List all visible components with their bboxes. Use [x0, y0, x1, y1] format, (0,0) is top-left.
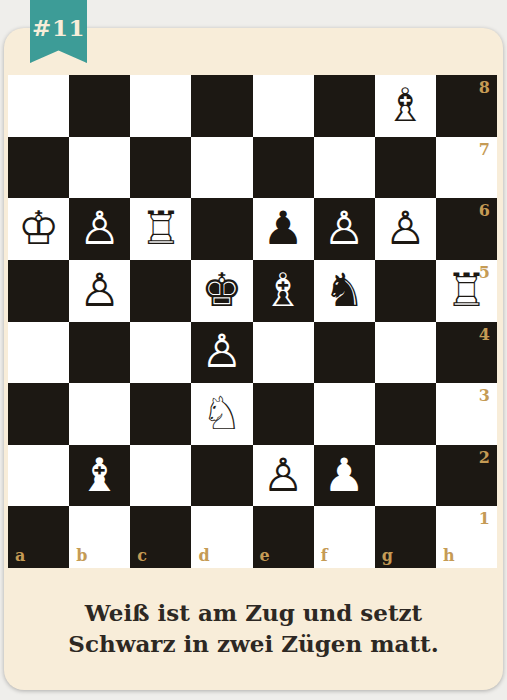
square-a5[interactable]: [8, 260, 69, 322]
piece-white-knight-d3[interactable]: ♘: [201, 390, 242, 436]
square-d3[interactable]: ♘: [191, 383, 252, 445]
piece-white-king-a6[interactable]: ♔: [18, 205, 59, 251]
piece-black-pawn-f6[interactable]: ♙: [324, 205, 365, 251]
caption: Weiß ist am Zug und setzt Schwarz in zwe…: [0, 597, 507, 659]
square-g8[interactable]: ♗: [375, 75, 436, 137]
file-label-g: g: [382, 546, 393, 565]
square-b1[interactable]: b: [69, 506, 130, 568]
square-a6[interactable]: ♔: [8, 198, 69, 260]
square-d1[interactable]: d: [191, 506, 252, 568]
square-e1[interactable]: e: [253, 506, 314, 568]
piece-white-rook-c6[interactable]: ♖: [140, 205, 181, 251]
square-f7[interactable]: [314, 137, 375, 199]
caption-line-1: Weiß ist am Zug und setzt: [0, 597, 507, 628]
square-f5[interactable]: ♞: [314, 260, 375, 322]
square-e6[interactable]: ♟: [253, 198, 314, 260]
piece-black-king-d5[interactable]: ♚: [201, 267, 242, 313]
piece-white-bishop-b2[interactable]: ♝: [79, 452, 120, 498]
square-h5[interactable]: ♖5: [436, 260, 497, 322]
square-b2[interactable]: ♝: [69, 445, 130, 507]
square-c3[interactable]: [130, 383, 191, 445]
piece-white-pawn-e2[interactable]: ♙: [262, 452, 303, 498]
square-d8[interactable]: [191, 75, 252, 137]
square-g1[interactable]: g: [375, 506, 436, 568]
square-h2[interactable]: 2: [436, 445, 497, 507]
file-label-f: f: [321, 546, 328, 565]
piece-white-bishop-g8[interactable]: ♗: [385, 82, 426, 128]
square-d6[interactable]: [191, 198, 252, 260]
square-d2[interactable]: [191, 445, 252, 507]
square-h1[interactable]: 1h: [436, 506, 497, 568]
rank-label-3: 3: [479, 386, 490, 405]
square-e4[interactable]: [253, 322, 314, 384]
square-a8[interactable]: [8, 75, 69, 137]
square-c2[interactable]: [130, 445, 191, 507]
square-f4[interactable]: [314, 322, 375, 384]
file-label-e: e: [260, 546, 270, 565]
square-e3[interactable]: [253, 383, 314, 445]
square-d7[interactable]: [191, 137, 252, 199]
square-f1[interactable]: f: [314, 506, 375, 568]
square-g2[interactable]: [375, 445, 436, 507]
square-h6[interactable]: 6: [436, 198, 497, 260]
square-g3[interactable]: [375, 383, 436, 445]
file-label-b: b: [76, 546, 87, 565]
piece-white-pawn-g6[interactable]: ♙: [385, 205, 426, 251]
square-f8[interactable]: [314, 75, 375, 137]
square-h4[interactable]: 4: [436, 322, 497, 384]
file-label-a: a: [15, 546, 25, 565]
rank-label-4: 4: [479, 325, 490, 344]
square-a4[interactable]: [8, 322, 69, 384]
rank-label-8: 8: [479, 78, 490, 97]
square-c5[interactable]: [130, 260, 191, 322]
caption-line-2: Schwarz in zwei Zügen matt.: [0, 628, 507, 659]
square-c6[interactable]: ♖: [130, 198, 191, 260]
square-e8[interactable]: [253, 75, 314, 137]
square-a7[interactable]: [8, 137, 69, 199]
square-e2[interactable]: ♙: [253, 445, 314, 507]
square-f2[interactable]: ♟: [314, 445, 375, 507]
square-c8[interactable]: [130, 75, 191, 137]
square-b5[interactable]: ♙: [69, 260, 130, 322]
square-h8[interactable]: 8: [436, 75, 497, 137]
piece-white-pawn-b5[interactable]: ♙: [79, 267, 120, 313]
square-c4[interactable]: [130, 322, 191, 384]
file-label-d: d: [198, 546, 209, 565]
piece-black-pawn-b6[interactable]: ♙: [79, 205, 120, 251]
square-b8[interactable]: [69, 75, 130, 137]
rank-label-7: 7: [479, 140, 490, 159]
square-g5[interactable]: [375, 260, 436, 322]
rank-label-2: 2: [479, 448, 490, 467]
square-g4[interactable]: [375, 322, 436, 384]
file-label-c: c: [137, 546, 147, 565]
puzzle-card-page: #11 ♗87♔♙♖♟♙♙6♙♚♗♞♖5♙4♘3♝♙♟2abcdefg1h We…: [0, 0, 507, 700]
square-b3[interactable]: [69, 383, 130, 445]
piece-black-pawn-d4[interactable]: ♙: [201, 328, 242, 374]
file-label-h: h: [443, 546, 455, 565]
square-e5[interactable]: ♗: [253, 260, 314, 322]
square-c1[interactable]: c: [130, 506, 191, 568]
square-a3[interactable]: [8, 383, 69, 445]
square-a2[interactable]: [8, 445, 69, 507]
square-d4[interactable]: ♙: [191, 322, 252, 384]
square-f3[interactable]: [314, 383, 375, 445]
square-b4[interactable]: [69, 322, 130, 384]
piece-black-pawn-e6[interactable]: ♟: [262, 205, 303, 251]
square-b6[interactable]: ♙: [69, 198, 130, 260]
square-b7[interactable]: [69, 137, 130, 199]
rank-label-1: 1: [479, 509, 490, 528]
square-h7[interactable]: 7: [436, 137, 497, 199]
piece-black-bishop-e5[interactable]: ♗: [262, 267, 303, 313]
piece-white-pawn-f2[interactable]: ♟: [324, 452, 365, 498]
square-f6[interactable]: ♙: [314, 198, 375, 260]
rank-label-6: 6: [479, 201, 490, 220]
square-a1[interactable]: a: [8, 506, 69, 568]
puzzle-number: #11: [32, 14, 85, 41]
square-e7[interactable]: [253, 137, 314, 199]
square-d5[interactable]: ♚: [191, 260, 252, 322]
piece-black-knight-f5[interactable]: ♞: [324, 267, 365, 313]
rank-label-5: 5: [479, 263, 490, 282]
square-g7[interactable]: [375, 137, 436, 199]
board: ♗87♔♙♖♟♙♙6♙♚♗♞♖5♙4♘3♝♙♟2abcdefg1h: [8, 75, 497, 568]
square-h3[interactable]: 3: [436, 383, 497, 445]
square-g6[interactable]: ♙: [375, 198, 436, 260]
square-c7[interactable]: [130, 137, 191, 199]
